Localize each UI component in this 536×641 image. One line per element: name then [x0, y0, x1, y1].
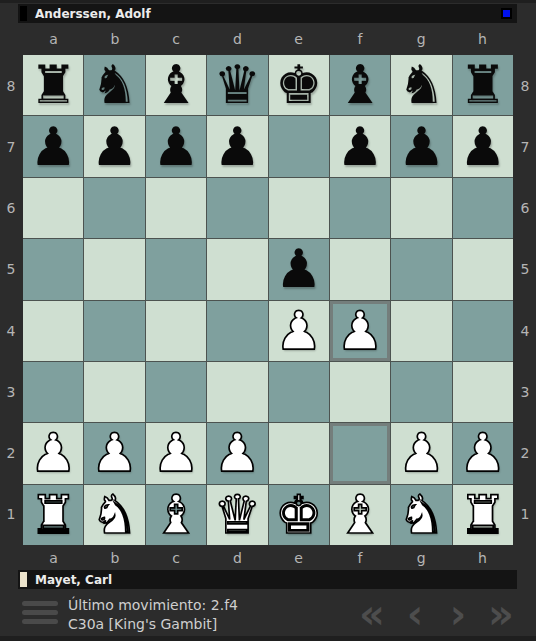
- piece-black-pawn[interactable]: ♟: [336, 117, 384, 177]
- square-e1[interactable]: ♚: [269, 485, 329, 545]
- square-h5[interactable]: [453, 239, 513, 299]
- file-label-b: b: [84, 546, 145, 569]
- white-color-chip: [20, 572, 27, 587]
- square-b6[interactable]: [84, 178, 144, 238]
- piece-white-pawn[interactable]: ♟: [459, 423, 507, 483]
- square-g7[interactable]: ♟: [391, 116, 451, 176]
- piece-black-bishop[interactable]: ♝: [152, 55, 200, 115]
- square-d2[interactable]: ♟: [207, 423, 267, 483]
- piece-black-bishop[interactable]: ♝: [336, 55, 384, 115]
- square-f1[interactable]: ♝: [330, 485, 390, 545]
- nav-next-button[interactable]: ›: [444, 592, 472, 637]
- square-a3[interactable]: [23, 362, 83, 422]
- square-a2[interactable]: ♟: [23, 423, 83, 483]
- rank-label-1: 1: [0, 484, 22, 545]
- rank-label-4: 4: [0, 300, 22, 361]
- rank-label-8: 8: [514, 55, 536, 116]
- square-d5[interactable]: [207, 239, 267, 299]
- square-a4[interactable]: [23, 301, 83, 361]
- square-a7[interactable]: ♟: [23, 116, 83, 176]
- file-label-h: h: [452, 24, 513, 53]
- piece-white-pawn[interactable]: ♟: [91, 423, 139, 483]
- square-f4[interactable]: ♟: [330, 301, 390, 361]
- square-h3[interactable]: [453, 362, 513, 422]
- rank-label-8: 8: [0, 55, 22, 116]
- piece-white-knight[interactable]: ♞: [91, 485, 139, 545]
- square-b2[interactable]: ♟: [84, 423, 144, 483]
- piece-white-rook[interactable]: ♜: [459, 485, 507, 545]
- square-a6[interactable]: [23, 178, 83, 238]
- file-label-g: g: [391, 24, 452, 53]
- square-c2[interactable]: ♟: [146, 423, 206, 483]
- hamburger-bar: [22, 619, 58, 624]
- nav-first-button[interactable]: «: [358, 592, 386, 637]
- square-e5[interactable]: ♟: [269, 239, 329, 299]
- piece-white-queen[interactable]: ♛: [214, 485, 262, 545]
- square-h8[interactable]: ♜: [453, 55, 513, 115]
- square-g5[interactable]: [391, 239, 451, 299]
- file-label-f: f: [329, 546, 390, 569]
- square-b1[interactable]: ♞: [84, 485, 144, 545]
- square-h1[interactable]: ♜: [453, 485, 513, 545]
- nav-previous-button[interactable]: ‹: [401, 592, 429, 637]
- file-labels-top: abcdefgh: [23, 24, 513, 53]
- hamburger-bar: [22, 601, 58, 606]
- piece-black-king[interactable]: ♚: [275, 55, 323, 115]
- file-label-c: c: [146, 546, 207, 569]
- piece-white-pawn[interactable]: ♟: [152, 423, 200, 483]
- square-b3[interactable]: [84, 362, 144, 422]
- piece-white-bishop[interactable]: ♝: [152, 485, 200, 545]
- file-label-a: a: [23, 24, 84, 53]
- rank-label-1: 1: [514, 484, 536, 545]
- nav-controls: «‹›»: [358, 592, 515, 637]
- square-h4[interactable]: [453, 301, 513, 361]
- file-label-a: a: [23, 546, 84, 569]
- file-label-c: c: [146, 24, 207, 53]
- square-d6[interactable]: [207, 178, 267, 238]
- square-e6[interactable]: [269, 178, 329, 238]
- file-label-d: d: [207, 24, 268, 53]
- rank-label-7: 7: [0, 116, 22, 177]
- square-a1[interactable]: ♜: [23, 485, 83, 545]
- square-c5[interactable]: [146, 239, 206, 299]
- chess-app-window: Anderssen, Adolf abcdefgh 87654321 87654…: [0, 0, 536, 641]
- piece-white-pawn[interactable]: ♟: [398, 423, 446, 483]
- rank-label-7: 7: [514, 116, 536, 177]
- square-d1[interactable]: ♛: [207, 485, 267, 545]
- square-e7[interactable]: [269, 116, 329, 176]
- file-label-e: e: [268, 546, 329, 569]
- window-top-edge: [0, 0, 536, 3]
- square-f7[interactable]: ♟: [330, 116, 390, 176]
- file-label-b: b: [84, 24, 145, 53]
- rank-label-5: 5: [514, 239, 536, 300]
- square-e8[interactable]: ♚: [269, 55, 329, 115]
- hamburger-bar: [22, 610, 58, 615]
- piece-black-pawn[interactable]: ♟: [214, 117, 262, 177]
- rank-label-5: 5: [0, 239, 22, 300]
- file-label-h: h: [452, 546, 513, 569]
- last-move-label: Último movimiento: 2.f4: [68, 596, 238, 615]
- player-name-black: Anderssen, Adolf: [35, 7, 151, 21]
- rank-label-6: 6: [514, 178, 536, 239]
- file-label-d: d: [207, 546, 268, 569]
- square-e3[interactable]: [269, 362, 329, 422]
- piece-black-pawn[interactable]: ♟: [398, 117, 446, 177]
- square-a5[interactable]: [23, 239, 83, 299]
- piece-black-pawn[interactable]: ♟: [91, 117, 139, 177]
- square-a8[interactable]: ♜: [23, 55, 83, 115]
- square-g1[interactable]: ♞: [391, 485, 451, 545]
- piece-black-pawn[interactable]: ♟: [29, 117, 77, 177]
- file-label-f: f: [329, 24, 390, 53]
- piece-black-knight[interactable]: ♞: [91, 55, 139, 115]
- player-name-white: Mayet, Carl: [35, 573, 112, 587]
- nav-last-button[interactable]: »: [487, 592, 515, 637]
- piece-white-rook[interactable]: ♜: [29, 485, 77, 545]
- piece-black-pawn[interactable]: ♟: [152, 117, 200, 177]
- rank-label-3: 3: [514, 361, 536, 422]
- black-color-chip: [20, 6, 27, 21]
- square-h7[interactable]: ♟: [453, 116, 513, 176]
- rank-labels-left: 87654321: [0, 55, 22, 545]
- square-d7[interactable]: ♟: [207, 116, 267, 176]
- rank-label-6: 6: [0, 178, 22, 239]
- rank-label-4: 4: [514, 300, 536, 361]
- piece-white-knight[interactable]: ♞: [398, 485, 446, 545]
- rank-label-2: 2: [514, 423, 536, 484]
- square-f3[interactable]: [330, 362, 390, 422]
- square-d3[interactable]: [207, 362, 267, 422]
- piece-white-pawn[interactable]: ♟: [214, 423, 262, 483]
- piece-black-rook[interactable]: ♜: [29, 55, 77, 115]
- square-c8[interactable]: ♝: [146, 55, 206, 115]
- square-h6[interactable]: [453, 178, 513, 238]
- file-label-g: g: [391, 546, 452, 569]
- square-g4[interactable]: [391, 301, 451, 361]
- piece-black-queen[interactable]: ♛: [214, 55, 262, 115]
- player-bar-white: Mayet, Carl: [18, 570, 517, 589]
- square-g8[interactable]: ♞: [391, 55, 451, 115]
- rank-label-2: 2: [0, 423, 22, 484]
- piece-white-king[interactable]: ♚: [275, 485, 323, 545]
- square-d4[interactable]: [207, 301, 267, 361]
- piece-white-pawn[interactable]: ♟: [29, 423, 77, 483]
- game-status: Último movimiento: 2.f4 C30a [King's Gam…: [68, 596, 238, 634]
- piece-white-pawn[interactable]: ♟: [336, 301, 384, 361]
- rank-labels-right: 87654321: [514, 55, 536, 545]
- square-e2[interactable]: [269, 423, 329, 483]
- square-c3[interactable]: [146, 362, 206, 422]
- piece-white-bishop[interactable]: ♝: [336, 485, 384, 545]
- square-b4[interactable]: [84, 301, 144, 361]
- piece-black-pawn[interactable]: ♟: [275, 239, 323, 299]
- square-d8[interactable]: ♛: [207, 55, 267, 115]
- piece-white-pawn[interactable]: ♟: [275, 301, 323, 361]
- square-b7[interactable]: ♟: [84, 116, 144, 176]
- square-f8[interactable]: ♝: [330, 55, 390, 115]
- square-g3[interactable]: [391, 362, 451, 422]
- piece-black-rook[interactable]: ♜: [459, 55, 507, 115]
- square-f5[interactable]: [330, 239, 390, 299]
- opening-label: C30a [King's Gambit]: [68, 615, 238, 634]
- chess-board: ♜♞♝♛♚♝♞♜♟♟♟♟♟♟♟♟♟♟♟♟♟♟♟♟♜♞♝♛♚♝♞♜: [23, 55, 513, 545]
- square-b8[interactable]: ♞: [84, 55, 144, 115]
- square-b5[interactable]: [84, 239, 144, 299]
- file-label-e: e: [268, 24, 329, 53]
- square-e4[interactable]: ♟: [269, 301, 329, 361]
- piece-black-knight[interactable]: ♞: [398, 55, 446, 115]
- square-c6[interactable]: [146, 178, 206, 238]
- square-c7[interactable]: ♟: [146, 116, 206, 176]
- square-f2[interactable]: [330, 423, 390, 483]
- square-f6[interactable]: [330, 178, 390, 238]
- square-g2[interactable]: ♟: [391, 423, 451, 483]
- square-c4[interactable]: [146, 301, 206, 361]
- window-bottom-edge: [0, 636, 536, 641]
- player-bar-black: Anderssen, Adolf: [18, 4, 517, 23]
- square-c1[interactable]: ♝: [146, 485, 206, 545]
- piece-black-pawn[interactable]: ♟: [459, 117, 507, 177]
- file-labels-bottom: abcdefgh: [23, 546, 513, 569]
- square-h2[interactable]: ♟: [453, 423, 513, 483]
- rank-label-3: 3: [0, 361, 22, 422]
- turn-indicator: [501, 8, 512, 19]
- square-g6[interactable]: [391, 178, 451, 238]
- hamburger-menu-icon[interactable]: [22, 601, 58, 628]
